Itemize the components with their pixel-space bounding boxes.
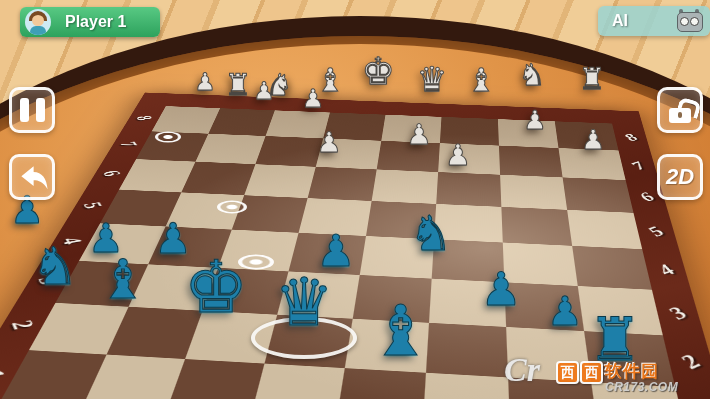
- square-g7[interactable]: [499, 146, 563, 178]
- square-g5[interactable]: [501, 207, 572, 246]
- pause-icon: [20, 98, 45, 122]
- silver-pawn-f5[interactable]: ♟: [445, 141, 471, 170]
- player-avatar: [25, 9, 51, 35]
- blue-knight-f3[interactable]: ♞: [409, 209, 452, 257]
- silver-pawn-g7[interactable]: ♟: [523, 107, 546, 133]
- square-e6[interactable]: [372, 169, 439, 204]
- silver-pawn-c7[interactable]: ♟: [302, 86, 324, 111]
- blue-bishop-c1[interactable]: ♝: [99, 253, 147, 307]
- watermark-url: CR173.COM: [605, 380, 678, 394]
- square-b8[interactable]: [208, 108, 274, 136]
- blue-king-d1[interactable]: ♚: [184, 251, 249, 323]
- silver-king-d8[interactable]: ♚: [361, 53, 394, 90]
- 2d-label: 2D: [666, 164, 694, 190]
- silver-knight-g8[interactable]: ♞: [519, 60, 546, 90]
- square-f6[interactable]: [436, 172, 501, 207]
- open-lock-icon: [668, 97, 692, 123]
- ai-badge: AI: [598, 6, 710, 36]
- game-screen: ABCDEFGH 87654321 87654321 ♚♞♜♟♝♛♝♜♞♟♟♟♟…: [0, 0, 710, 399]
- view-2d-button[interactable]: 2D: [657, 154, 703, 200]
- lock-button[interactable]: [657, 87, 703, 133]
- blue-pawn-h2[interactable]: ♟: [547, 291, 583, 331]
- blue-queen-e1[interactable]: ♛: [274, 270, 333, 336]
- silver-pawn-h7[interactable]: ♟: [581, 126, 605, 153]
- square-f2[interactable]: [426, 323, 508, 378]
- silver-rook-h8[interactable]: ♜: [579, 64, 606, 94]
- undo-arrow-icon: [14, 161, 50, 193]
- watermark-cr-logo: Cr: [504, 351, 540, 389]
- ai-label: AI: [612, 12, 628, 30]
- blue-knight-b1[interactable]: ♞: [32, 240, 79, 292]
- silver-pawn-e6[interactable]: ♟: [406, 121, 431, 149]
- move-marker-a5[interactable]: [155, 132, 181, 143]
- robot-icon: [676, 9, 702, 33]
- silver-queen-e8[interactable]: ♛: [417, 62, 447, 96]
- square-d1[interactable]: [250, 364, 345, 399]
- silver-pawn-a7[interactable]: ♟: [194, 70, 216, 94]
- square-c7[interactable]: [255, 136, 323, 167]
- silver-pawn-d5[interactable]: ♟: [316, 129, 341, 157]
- undo-button[interactable]: [9, 154, 55, 200]
- square-b7[interactable]: [196, 134, 266, 165]
- silver-bishop-f8[interactable]: ♝: [467, 64, 496, 96]
- square-d6[interactable]: [308, 167, 377, 201]
- player1-badge: Player 1: [20, 7, 160, 37]
- blue-bishop-f1[interactable]: ♝: [370, 296, 433, 366]
- pause-button[interactable]: [9, 87, 55, 133]
- silver-rook-a8[interactable]: ♜: [225, 70, 252, 100]
- player1-label: Player 1: [65, 13, 126, 31]
- watermark-char-box: 西: [556, 361, 579, 384]
- silver-pawn-b7[interactable]: ♟: [253, 79, 275, 103]
- move-marker-c3[interactable]: [217, 201, 247, 214]
- watermark-char-box: 西: [580, 361, 603, 384]
- blue-pawn-g2[interactable]: ♟: [480, 266, 521, 312]
- square-f1[interactable]: [423, 373, 511, 399]
- watermark: Cr 西 西 软件园 CR173.COM: [504, 349, 696, 395]
- square-e1[interactable]: [336, 368, 426, 399]
- square-c5[interactable]: [232, 195, 308, 233]
- square-b6[interactable]: [181, 162, 255, 196]
- square-c6[interactable]: [244, 164, 316, 198]
- square-g6[interactable]: [500, 175, 567, 210]
